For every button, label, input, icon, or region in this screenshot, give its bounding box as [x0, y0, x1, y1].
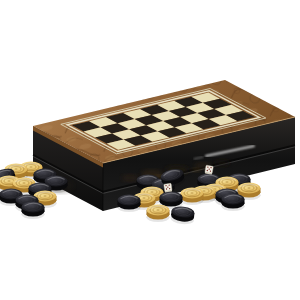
- reflection-blob: [121, 174, 139, 182]
- checker-dark: [221, 194, 244, 211]
- white-die: [164, 183, 172, 192]
- checker-light: [146, 205, 169, 222]
- checker-dark: [117, 195, 140, 212]
- product-photo-stage: [0, 0, 300, 300]
- reflection-blob: [191, 168, 201, 172]
- checker-light: [180, 188, 203, 205]
- checker-dark: [170, 205, 195, 225]
- reflection-blob: [214, 160, 230, 167]
- checker-dark: [21, 202, 44, 219]
- checkers-set-photo: [0, 0, 300, 300]
- white-die: [205, 165, 214, 174]
